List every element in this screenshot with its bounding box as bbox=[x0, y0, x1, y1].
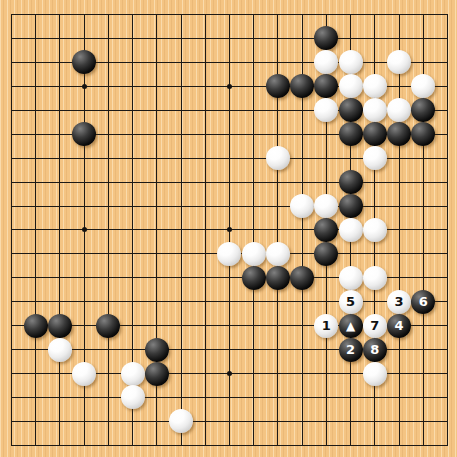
stone-white bbox=[48, 338, 72, 362]
stone-black bbox=[411, 98, 435, 122]
stone-white bbox=[121, 385, 145, 409]
stone-black: ▲ bbox=[339, 314, 363, 338]
move-number: 2 bbox=[346, 343, 355, 356]
stone-black bbox=[411, 122, 435, 146]
stone-white bbox=[169, 409, 193, 433]
stone-white: 7 bbox=[363, 314, 387, 338]
move-number: 3 bbox=[394, 295, 403, 308]
stone-white bbox=[363, 266, 387, 290]
stone-black bbox=[145, 362, 169, 386]
stone-black bbox=[96, 314, 120, 338]
stone-white bbox=[363, 98, 387, 122]
stone-white bbox=[363, 74, 387, 98]
stone-black bbox=[266, 74, 290, 98]
stone-white bbox=[387, 50, 411, 74]
stone-black bbox=[339, 170, 363, 194]
triangle-marker: ▲ bbox=[346, 320, 355, 332]
stone-white bbox=[339, 50, 363, 74]
move-number: 1 bbox=[322, 319, 331, 332]
stone-black bbox=[387, 122, 411, 146]
stone-black bbox=[363, 122, 387, 146]
stone-black bbox=[290, 74, 314, 98]
stone-black: 8 bbox=[363, 338, 387, 362]
go-board[interactable]: 5361▲7428 bbox=[0, 0, 457, 457]
stone-white bbox=[266, 146, 290, 170]
stone-white bbox=[387, 98, 411, 122]
stone-black bbox=[290, 266, 314, 290]
stone-black bbox=[72, 122, 96, 146]
stone-white bbox=[339, 266, 363, 290]
move-number: 8 bbox=[370, 343, 379, 356]
stone-white bbox=[411, 74, 435, 98]
stone-black bbox=[145, 338, 169, 362]
stone-white bbox=[363, 146, 387, 170]
stone-black bbox=[72, 50, 96, 74]
stone-white bbox=[290, 194, 314, 218]
stone-black bbox=[339, 122, 363, 146]
stone-white bbox=[217, 242, 241, 266]
move-number: 5 bbox=[346, 295, 355, 308]
stone-black bbox=[314, 218, 338, 242]
stone-white bbox=[121, 362, 145, 386]
stone-black bbox=[339, 194, 363, 218]
stone-black bbox=[48, 314, 72, 338]
stone-white bbox=[339, 218, 363, 242]
stone-white bbox=[339, 74, 363, 98]
stone-white bbox=[266, 242, 290, 266]
stone-black bbox=[314, 26, 338, 50]
stone-black bbox=[266, 266, 290, 290]
stone-black bbox=[314, 74, 338, 98]
stone-black: 6 bbox=[411, 290, 435, 314]
stone-white: 3 bbox=[387, 290, 411, 314]
stone-black bbox=[314, 242, 338, 266]
move-number: 6 bbox=[419, 295, 428, 308]
stone-black bbox=[242, 266, 266, 290]
stone-black bbox=[24, 314, 48, 338]
stone-white: 1 bbox=[314, 314, 338, 338]
move-number: 4 bbox=[394, 319, 403, 332]
stone-white bbox=[363, 218, 387, 242]
stone-white bbox=[314, 194, 338, 218]
stone-white bbox=[314, 50, 338, 74]
stone-black bbox=[339, 98, 363, 122]
stone-white bbox=[242, 242, 266, 266]
stone-black: 4 bbox=[387, 314, 411, 338]
stones-layer: 5361▲7428 bbox=[0, 3, 457, 457]
move-number: 7 bbox=[370, 319, 379, 332]
stone-white bbox=[363, 362, 387, 386]
stone-white bbox=[72, 362, 96, 386]
stone-white bbox=[314, 98, 338, 122]
stone-white: 5 bbox=[339, 290, 363, 314]
stone-black: 2 bbox=[339, 338, 363, 362]
